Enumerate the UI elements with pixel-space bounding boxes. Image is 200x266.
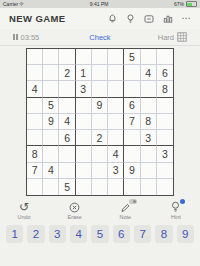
- erase-icon: [69, 202, 80, 213]
- cell-r5c1[interactable]: [27, 114, 43, 130]
- status-bar: Carrier 9:41 PM 67%: [0, 0, 200, 8]
- cell-r8c4[interactable]: [76, 163, 92, 179]
- hint-label: Hint: [171, 214, 181, 220]
- cell-r7c5[interactable]: [92, 146, 108, 162]
- cell-r9c6[interactable]: [108, 179, 124, 195]
- cell-r5c3[interactable]: 4: [59, 114, 75, 130]
- cell-r2c3[interactable]: 2: [59, 65, 75, 81]
- numpad-5[interactable]: 5: [91, 225, 108, 243]
- cell-r8c8[interactable]: [141, 163, 157, 179]
- cell-r6c7[interactable]: [124, 130, 140, 146]
- cell-r1c1[interactable]: [27, 49, 43, 65]
- status-right: 67%: [174, 1, 197, 7]
- cell-r8c1[interactable]: 7: [27, 163, 43, 179]
- cell-r5c6[interactable]: [108, 114, 124, 130]
- cell-r1c8[interactable]: [141, 49, 157, 65]
- undo-label: Undo: [17, 214, 30, 220]
- carrier-label: Carrier: [3, 1, 18, 7]
- erase-button[interactable]: Erase: [61, 201, 89, 220]
- nav-icons: ⋯: [108, 14, 192, 24]
- cell-r4c3[interactable]: [59, 98, 75, 114]
- cell-r8c9[interactable]: [157, 163, 173, 179]
- cell-r6c6[interactable]: [108, 130, 124, 146]
- cell-r6c9[interactable]: [157, 130, 173, 146]
- numpad: 123456789: [6, 225, 194, 243]
- numpad-1[interactable]: 1: [6, 225, 23, 243]
- cell-r5c4[interactable]: [76, 114, 92, 130]
- cell-r6c5[interactable]: 2: [92, 130, 108, 146]
- cell-r7c7[interactable]: [124, 146, 140, 162]
- cell-r4c1[interactable]: [27, 98, 43, 114]
- cell-r1c9[interactable]: [157, 49, 173, 65]
- minus-square-icon[interactable]: [144, 14, 154, 24]
- numpad-8[interactable]: 8: [155, 225, 172, 243]
- game-toolbar: 03:55 Check Hard: [0, 29, 200, 46]
- stats-icon[interactable]: [163, 14, 173, 24]
- numpad-2[interactable]: 2: [27, 225, 44, 243]
- cell-r5c9[interactable]: [157, 114, 173, 130]
- cell-r6c4[interactable]: [76, 130, 92, 146]
- cell-r1c2[interactable]: [43, 49, 59, 65]
- cell-r6c3[interactable]: 6: [59, 130, 75, 146]
- numpad-3[interactable]: 3: [49, 225, 66, 243]
- cell-r8c3[interactable]: [59, 163, 75, 179]
- hint-count-badge: [180, 199, 185, 204]
- cell-r2c5[interactable]: [92, 65, 108, 81]
- cell-r2c2[interactable]: [43, 65, 59, 81]
- cell-r5c5[interactable]: [92, 114, 108, 130]
- cell-r8c6[interactable]: 3: [108, 163, 124, 179]
- cell-r5c2[interactable]: 9: [43, 114, 59, 130]
- cell-r4c8[interactable]: [141, 98, 157, 114]
- cell-r6c8[interactable]: 3: [141, 130, 157, 146]
- numpad-4[interactable]: 4: [70, 225, 87, 243]
- cell-r2c8[interactable]: 4: [141, 65, 157, 81]
- cell-r9c1[interactable]: [27, 179, 43, 195]
- difficulty-label: Hard: [158, 33, 174, 42]
- cell-r5c8[interactable]: 8: [141, 114, 157, 130]
- pause-button[interactable]: [13, 34, 18, 40]
- cell-r1c3[interactable]: [59, 49, 75, 65]
- cell-r2c9[interactable]: 6: [157, 65, 173, 81]
- cell-r8c5[interactable]: [92, 163, 108, 179]
- cell-r3c6[interactable]: [108, 81, 124, 97]
- cell-r3c2[interactable]: [43, 81, 59, 97]
- battery-icon: [186, 1, 197, 7]
- cell-r3c3[interactable]: [59, 81, 75, 97]
- cell-r6c2[interactable]: [43, 130, 59, 146]
- lightbulb-icon[interactable]: [126, 14, 135, 24]
- check-button[interactable]: Check: [71, 33, 129, 42]
- difficulty-selector[interactable]: Hard: [129, 32, 187, 42]
- cell-r3c5[interactable]: [92, 81, 108, 97]
- cell-r9c4[interactable]: [76, 179, 92, 195]
- battery-percent: 67%: [174, 1, 184, 7]
- status-left: Carrier: [3, 1, 24, 7]
- cell-r3c1[interactable]: 4: [27, 81, 43, 97]
- cell-r7c2[interactable]: [43, 146, 59, 162]
- cell-r8c2[interactable]: 4: [43, 163, 59, 179]
- cell-r3c8[interactable]: [141, 81, 157, 97]
- cell-r4c5[interactable]: 9: [92, 98, 108, 114]
- numpad-7[interactable]: 7: [134, 225, 151, 243]
- cell-r6c1[interactable]: [27, 130, 43, 146]
- wifi-icon: [19, 2, 24, 6]
- cell-r5c7[interactable]: 7: [124, 114, 140, 130]
- cell-r7c3[interactable]: [59, 146, 75, 162]
- cell-r4c7[interactable]: 6: [124, 98, 140, 114]
- cell-r1c5[interactable]: [92, 49, 108, 65]
- cell-r9c3[interactable]: 5: [59, 179, 75, 195]
- cell-r4c9[interactable]: [157, 98, 173, 114]
- cell-r9c9[interactable]: [157, 179, 173, 195]
- timer-label: 03:55: [21, 33, 40, 42]
- cell-r1c7[interactable]: 5: [124, 49, 140, 65]
- cell-r4c2[interactable]: 5: [43, 98, 59, 114]
- cell-r9c7[interactable]: [124, 179, 140, 195]
- cell-r3c4[interactable]: 3: [76, 81, 92, 97]
- cell-r2c7[interactable]: [124, 65, 140, 81]
- clock-label: 9:41 PM: [90, 1, 109, 7]
- erase-label: Erase: [67, 214, 81, 220]
- cell-r4c6[interactable]: [108, 98, 124, 114]
- undo-icon: ↺: [19, 202, 29, 212]
- hint-button[interactable]: Hint: [162, 201, 190, 220]
- numpad-9[interactable]: 9: [177, 225, 194, 243]
- cell-r1c6[interactable]: [108, 49, 124, 65]
- page-title: NEW GAME: [9, 13, 66, 24]
- navbar: NEW GAME ⋯: [0, 8, 200, 29]
- cell-r2c1[interactable]: [27, 65, 43, 81]
- note-button[interactable]: Note: [111, 201, 139, 220]
- cell-r7c6[interactable]: 4: [108, 146, 124, 162]
- cell-r3c7[interactable]: [124, 81, 140, 97]
- cell-r7c4[interactable]: [76, 146, 92, 162]
- sudoku-board: 52146438596947862384374395: [26, 48, 174, 196]
- cell-r2c6[interactable]: [108, 65, 124, 81]
- cell-r2c4[interactable]: 1: [76, 65, 92, 81]
- more-icon[interactable]: ⋯: [182, 14, 192, 23]
- cell-r4c4[interactable]: [76, 98, 92, 114]
- cell-r7c1[interactable]: 8: [27, 146, 43, 162]
- grid-icon: [177, 32, 187, 42]
- cell-r7c8[interactable]: [141, 146, 157, 162]
- cell-r9c5[interactable]: [92, 179, 108, 195]
- cell-r7c9[interactable]: 3: [157, 146, 173, 162]
- cell-r3c9[interactable]: 8: [157, 81, 173, 97]
- action-bar: ↺ Undo Erase Note Hint: [0, 201, 200, 220]
- cell-r9c2[interactable]: [43, 179, 59, 195]
- note-toggle-badge: [129, 199, 137, 204]
- bell-icon[interactable]: [108, 14, 117, 24]
- undo-button[interactable]: ↺ Undo: [10, 201, 38, 220]
- cell-r9c8[interactable]: [141, 179, 157, 195]
- note-label: Note: [120, 214, 132, 220]
- cell-r8c7[interactable]: 9: [124, 163, 140, 179]
- numpad-6[interactable]: 6: [113, 225, 130, 243]
- cell-r1c4[interactable]: [76, 49, 92, 65]
